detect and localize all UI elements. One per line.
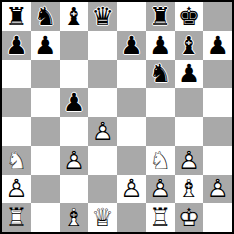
square-a1[interactable]: ♜♖: [2, 203, 31, 232]
square-e4[interactable]: [117, 117, 146, 146]
square-d1[interactable]: ♛♕: [88, 203, 117, 232]
piece-outline-layer: ♙: [175, 146, 204, 175]
square-d5[interactable]: [88, 88, 117, 117]
square-g5[interactable]: [175, 88, 204, 117]
square-b4[interactable]: [31, 117, 60, 146]
piece-outline-layer: ♖: [2, 203, 31, 232]
square-b3[interactable]: [31, 146, 60, 175]
piece-white-pawn[interactable]: ♟♙: [88, 117, 117, 146]
square-e2[interactable]: ♟♙: [117, 175, 146, 204]
piece-black-pawn[interactable]: ♟: [31, 31, 60, 60]
piece-black-rook[interactable]: ♜: [2, 2, 31, 31]
square-h1[interactable]: [203, 203, 232, 232]
piece-outline-layer: ♗: [60, 203, 89, 232]
square-e6[interactable]: [117, 60, 146, 89]
square-c6[interactable]: [60, 60, 89, 89]
piece-outline-layer: ♙: [117, 175, 146, 204]
piece-black-knight[interactable]: ♞: [31, 2, 60, 31]
square-d8[interactable]: ♛: [88, 2, 117, 31]
square-c4[interactable]: [60, 117, 89, 146]
piece-white-pawn[interactable]: ♟♙: [175, 146, 204, 175]
square-c3[interactable]: ♟♙: [60, 146, 89, 175]
piece-outline-layer: ♙: [2, 175, 31, 204]
square-d3[interactable]: [88, 146, 117, 175]
square-f5[interactable]: [146, 88, 175, 117]
piece-outline-layer: ♗: [175, 175, 204, 204]
piece-outline-layer: ♙: [203, 175, 232, 204]
piece-white-pawn[interactable]: ♟♙: [2, 175, 31, 204]
piece-white-queen[interactable]: ♛♕: [88, 203, 117, 232]
piece-white-bishop[interactable]: ♝♗: [60, 203, 89, 232]
piece-black-pawn[interactable]: ♟: [60, 88, 89, 117]
piece-outline-layer: ♔: [175, 203, 204, 232]
square-g7[interactable]: ♝: [175, 31, 204, 60]
square-f8[interactable]: ♜: [146, 2, 175, 31]
square-b2[interactable]: [31, 175, 60, 204]
piece-white-pawn[interactable]: ♟♙: [203, 175, 232, 204]
piece-black-knight[interactable]: ♞: [146, 60, 175, 89]
piece-outline-layer: ♖: [146, 203, 175, 232]
piece-white-pawn[interactable]: ♟♙: [60, 146, 89, 175]
square-f1[interactable]: ♜♖: [146, 203, 175, 232]
square-f3[interactable]: ♞♘: [146, 146, 175, 175]
square-a4[interactable]: [2, 117, 31, 146]
square-g4[interactable]: [175, 117, 204, 146]
piece-black-pawn[interactable]: ♟: [175, 60, 204, 89]
piece-black-pawn[interactable]: ♟: [117, 31, 146, 60]
piece-black-queen[interactable]: ♛: [88, 2, 117, 31]
square-f6[interactable]: ♞: [146, 60, 175, 89]
piece-white-bishop[interactable]: ♝♗: [175, 175, 204, 204]
square-a5[interactable]: [2, 88, 31, 117]
piece-white-rook[interactable]: ♜♖: [2, 203, 31, 232]
square-h3[interactable]: [203, 146, 232, 175]
square-g1[interactable]: ♚♔: [175, 203, 204, 232]
square-d7[interactable]: [88, 31, 117, 60]
piece-white-knight[interactable]: ♞♘: [2, 146, 31, 175]
piece-black-king[interactable]: ♚: [175, 2, 204, 31]
piece-black-pawn[interactable]: ♟: [203, 31, 232, 60]
square-b1[interactable]: [31, 203, 60, 232]
square-h8[interactable]: [203, 2, 232, 31]
piece-outline-layer: ♘: [146, 146, 175, 175]
piece-outline-layer: ♘: [2, 146, 31, 175]
square-f4[interactable]: [146, 117, 175, 146]
square-d4[interactable]: ♟♙: [88, 117, 117, 146]
square-e3[interactable]: [117, 146, 146, 175]
piece-white-rook[interactable]: ♜♖: [146, 203, 175, 232]
piece-black-bishop[interactable]: ♝: [60, 2, 89, 31]
square-g2[interactable]: ♝♗: [175, 175, 204, 204]
square-h4[interactable]: [203, 117, 232, 146]
piece-black-bishop[interactable]: ♝: [175, 31, 204, 60]
square-a7[interactable]: ♟: [2, 31, 31, 60]
piece-outline-layer: ♙: [146, 175, 175, 204]
square-c5[interactable]: ♟: [60, 88, 89, 117]
square-b7[interactable]: ♟: [31, 31, 60, 60]
piece-white-king[interactable]: ♚♔: [175, 203, 204, 232]
square-a3[interactable]: ♞♘: [2, 146, 31, 175]
square-h2[interactable]: ♟♙: [203, 175, 232, 204]
square-b5[interactable]: [31, 88, 60, 117]
piece-outline-layer: ♕: [88, 203, 117, 232]
square-h6[interactable]: [203, 60, 232, 89]
square-f7[interactable]: ♟: [146, 31, 175, 60]
square-g8[interactable]: ♚: [175, 2, 204, 31]
chess-board: ♜♞♝♛♜♚♟♟♟♟♝♟♞♟♟♟♙♞♘♟♙♞♘♟♙♟♙♟♙♟♙♝♗♟♙♜♖♝♗♛…: [0, 0, 234, 234]
square-c7[interactable]: [60, 31, 89, 60]
square-a2[interactable]: ♟♙: [2, 175, 31, 204]
square-e5[interactable]: [117, 88, 146, 117]
piece-white-pawn[interactable]: ♟♙: [146, 175, 175, 204]
piece-outline-layer: ♙: [88, 117, 117, 146]
piece-black-rook[interactable]: ♜: [146, 2, 175, 31]
piece-outline-layer: ♙: [60, 146, 89, 175]
piece-black-pawn[interactable]: ♟: [146, 31, 175, 60]
square-g6[interactable]: ♟: [175, 60, 204, 89]
square-e1[interactable]: [117, 203, 146, 232]
square-d6[interactable]: [88, 60, 117, 89]
square-d2[interactable]: [88, 175, 117, 204]
square-b8[interactable]: ♞: [31, 2, 60, 31]
square-h7[interactable]: ♟: [203, 31, 232, 60]
square-a8[interactable]: ♜: [2, 2, 31, 31]
square-h5[interactable]: [203, 88, 232, 117]
square-f2[interactable]: ♟♙: [146, 175, 175, 204]
piece-black-pawn[interactable]: ♟: [2, 31, 31, 60]
square-c8[interactable]: ♝: [60, 2, 89, 31]
piece-white-pawn[interactable]: ♟♙: [117, 175, 146, 204]
square-b6[interactable]: [31, 60, 60, 89]
square-g3[interactable]: ♟♙: [175, 146, 204, 175]
square-e8[interactable]: [117, 2, 146, 31]
square-e7[interactable]: ♟: [117, 31, 146, 60]
square-c1[interactable]: ♝♗: [60, 203, 89, 232]
square-c2[interactable]: [60, 175, 89, 204]
piece-white-knight[interactable]: ♞♘: [146, 146, 175, 175]
square-a6[interactable]: [2, 60, 31, 89]
